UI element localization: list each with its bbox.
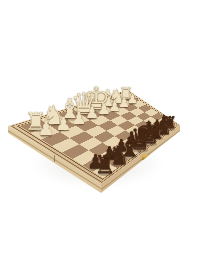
piece-white-pawn: ♟	[71, 110, 86, 127]
piece-white-pawn: ♟	[37, 120, 54, 140]
pieces-layer: ♜♞♝♛♚♝♞♜♟♟♟♟♟♟♟♟♟♟♟♟♟♟♟♟♜♞♝♛♚♝♞♜	[0, 0, 200, 280]
piece-black-rook: ♜	[94, 153, 116, 177]
piece-white-pawn: ♟	[85, 105, 99, 121]
chess-set-product-photo: ♜♞♝♛♚♝♞♜♟♟♟♟♟♟♟♟♟♟♟♟♟♟♟♟♜♞♝♛♚♝♞♜	[0, 0, 200, 280]
piece-white-pawn: ♟	[55, 114, 71, 132]
